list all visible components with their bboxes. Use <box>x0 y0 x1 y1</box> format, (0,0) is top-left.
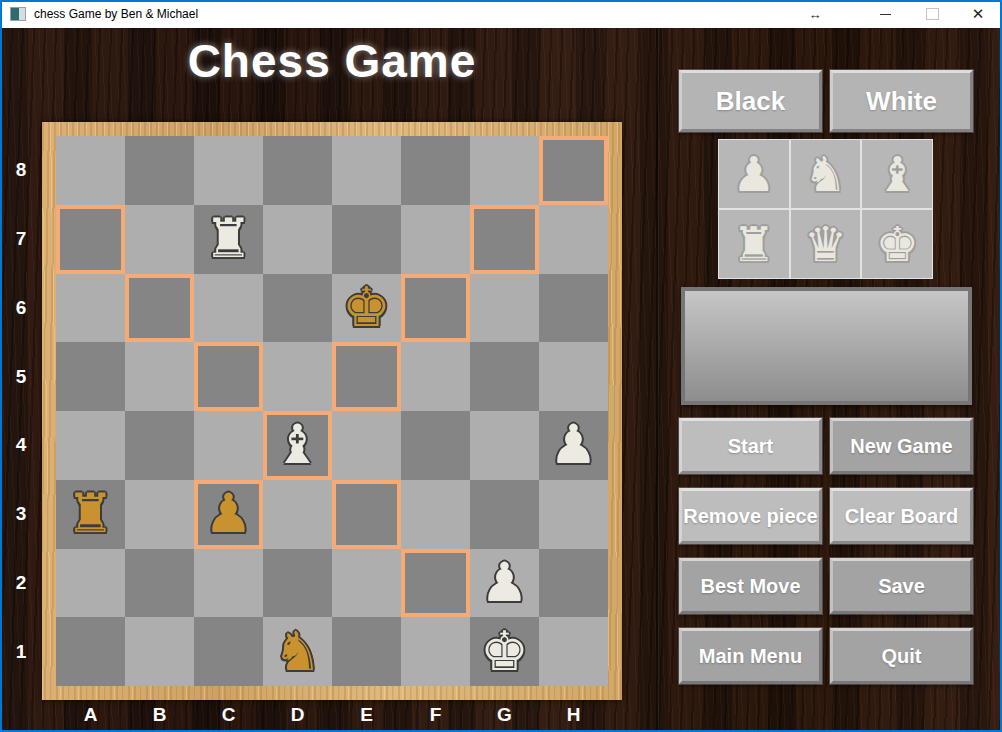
square-h3[interactable] <box>539 480 608 549</box>
quit-button[interactable]: Quit <box>830 628 973 684</box>
white-bishop[interactable]: ♝ <box>273 418 321 472</box>
main-menu-button[interactable]: Main Menu <box>679 628 822 684</box>
file-label-c: C <box>194 700 263 730</box>
square-c5[interactable] <box>194 342 263 411</box>
square-h6[interactable] <box>539 274 608 343</box>
best-move-button[interactable]: Best Move <box>679 558 822 614</box>
square-b6[interactable] <box>125 274 194 343</box>
square-h5[interactable] <box>539 342 608 411</box>
square-e7[interactable] <box>332 205 401 274</box>
square-e1[interactable] <box>332 617 401 686</box>
square-d4[interactable]: ♝ <box>263 411 332 480</box>
king-icon: ♚ <box>876 220 919 268</box>
square-f2[interactable] <box>401 549 470 618</box>
square-g6[interactable] <box>470 274 539 343</box>
minimize-icon <box>880 14 891 15</box>
resize-icon[interactable]: ↔ <box>801 0 829 28</box>
square-g3[interactable] <box>470 480 539 549</box>
square-d1[interactable]: ♞ <box>263 617 332 686</box>
gold-knight[interactable]: ♞ <box>273 625 321 679</box>
gold-pawn[interactable]: ♟ <box>204 487 252 541</box>
square-d5[interactable] <box>263 342 332 411</box>
square-a7[interactable] <box>56 205 125 274</box>
square-d3[interactable] <box>263 480 332 549</box>
square-a3[interactable]: ♜ <box>56 480 125 549</box>
white-rook[interactable]: ♜ <box>204 212 252 266</box>
square-c6[interactable] <box>194 274 263 343</box>
gold-king[interactable]: ♚ <box>342 281 390 335</box>
square-c4[interactable] <box>194 411 263 480</box>
remove-piece-button[interactable]: Remove piece <box>679 488 822 544</box>
square-b7[interactable] <box>125 205 194 274</box>
page-title: Chess Game <box>42 34 622 88</box>
square-a4[interactable] <box>56 411 125 480</box>
square-f7[interactable] <box>401 205 470 274</box>
clear-board-button[interactable]: Clear Board <box>830 488 973 544</box>
maximize-button[interactable] <box>918 0 946 28</box>
square-f5[interactable] <box>401 342 470 411</box>
file-label-h: H <box>539 700 608 730</box>
rook-icon: ♜ <box>732 220 775 268</box>
square-g4[interactable] <box>470 411 539 480</box>
square-h2[interactable] <box>539 549 608 618</box>
rank-label-6: 6 <box>0 274 42 343</box>
file-label-g: G <box>470 700 539 730</box>
square-c8[interactable] <box>194 136 263 205</box>
gold-rook[interactable]: ♜ <box>66 487 114 541</box>
file-label-b: B <box>125 700 194 730</box>
piece-selector: ♟♞♝♜♛♚ <box>719 140 932 278</box>
save-button[interactable]: Save <box>830 558 973 614</box>
square-a2[interactable] <box>56 549 125 618</box>
square-g1[interactable]: ♚ <box>470 617 539 686</box>
square-a6[interactable] <box>56 274 125 343</box>
square-c7[interactable]: ♜ <box>194 205 263 274</box>
square-e5[interactable] <box>332 342 401 411</box>
square-e4[interactable] <box>332 411 401 480</box>
board-grid: ♜♚♝♟♜♟♟♞♚ <box>56 136 608 686</box>
square-c2[interactable] <box>194 549 263 618</box>
chess-board: ♜♚♝♟♜♟♟♞♚ <box>42 122 622 700</box>
square-c3[interactable]: ♟ <box>194 480 263 549</box>
square-f3[interactable] <box>401 480 470 549</box>
panel-divider <box>656 28 658 732</box>
square-g7[interactable] <box>470 205 539 274</box>
minimize-button[interactable] <box>871 0 899 28</box>
square-d2[interactable] <box>263 549 332 618</box>
rank-label-8: 8 <box>0 136 42 205</box>
square-g2[interactable]: ♟ <box>470 549 539 618</box>
square-b3[interactable] <box>125 480 194 549</box>
close-button[interactable]: ✕ <box>964 0 992 28</box>
maximize-icon <box>926 8 939 20</box>
status-display <box>681 287 972 405</box>
square-b2[interactable] <box>125 549 194 618</box>
square-e8[interactable] <box>332 136 401 205</box>
square-h1[interactable] <box>539 617 608 686</box>
select-king-button[interactable]: ♚ <box>862 210 932 278</box>
queen-icon: ♛ <box>804 220 847 268</box>
square-a1[interactable] <box>56 617 125 686</box>
square-d7[interactable] <box>263 205 332 274</box>
select-rook-button[interactable]: ♜ <box>719 210 789 278</box>
rank-labels: 87654321 <box>0 136 42 686</box>
chess-app-window: chess Game by Ben & Michael ↔ ✕ Chess Ga… <box>0 0 1002 732</box>
rank-label-2: 2 <box>0 549 42 618</box>
square-d8[interactable] <box>263 136 332 205</box>
square-a8[interactable] <box>56 136 125 205</box>
square-e2[interactable] <box>332 549 401 618</box>
square-f8[interactable] <box>401 136 470 205</box>
white-pawn[interactable]: ♟ <box>480 556 528 610</box>
select-bishop-button[interactable]: ♝ <box>862 140 932 208</box>
rank-label-5: 5 <box>0 342 42 411</box>
square-h7[interactable] <box>539 205 608 274</box>
square-g8[interactable] <box>470 136 539 205</box>
square-b8[interactable] <box>125 136 194 205</box>
new-game-button[interactable]: New Game <box>830 418 973 474</box>
square-d6[interactable] <box>263 274 332 343</box>
app-icon <box>10 7 26 21</box>
square-e6[interactable]: ♚ <box>332 274 401 343</box>
select-queen-button[interactable]: ♛ <box>791 210 861 278</box>
square-g5[interactable] <box>470 342 539 411</box>
white-side-button[interactable]: White <box>830 70 973 132</box>
select-pawn-button[interactable]: ♟ <box>719 140 789 208</box>
square-h8[interactable] <box>539 136 608 205</box>
square-a5[interactable] <box>56 342 125 411</box>
file-label-d: D <box>263 700 332 730</box>
white-pawn[interactable]: ♟ <box>549 418 597 472</box>
square-h4[interactable]: ♟ <box>539 411 608 480</box>
rank-label-4: 4 <box>0 411 42 480</box>
start-button[interactable]: Start <box>679 418 822 474</box>
square-b5[interactable] <box>125 342 194 411</box>
rank-label-3: 3 <box>0 480 42 549</box>
square-f4[interactable] <box>401 411 470 480</box>
square-b4[interactable] <box>125 411 194 480</box>
pawn-icon: ♟ <box>732 150 775 198</box>
file-label-f: F <box>401 700 470 730</box>
knight-icon: ♞ <box>804 150 847 198</box>
black-side-button[interactable]: Black <box>679 70 822 132</box>
file-label-e: E <box>332 700 401 730</box>
file-label-a: A <box>56 700 125 730</box>
rank-label-1: 1 <box>0 617 42 686</box>
file-labels: ABCDEFGH <box>56 700 608 730</box>
square-c1[interactable] <box>194 617 263 686</box>
titlebar: chess Game by Ben & Michael ↔ ✕ <box>0 0 1002 28</box>
square-e3[interactable] <box>332 480 401 549</box>
white-king[interactable]: ♚ <box>480 625 528 679</box>
square-b1[interactable] <box>125 617 194 686</box>
square-f1[interactable] <box>401 617 470 686</box>
window-title: chess Game by Ben & Michael <box>34 7 198 21</box>
select-knight-button[interactable]: ♞ <box>791 140 861 208</box>
rank-label-7: 7 <box>0 205 42 274</box>
square-f6[interactable] <box>401 274 470 343</box>
bishop-icon: ♝ <box>876 150 919 198</box>
